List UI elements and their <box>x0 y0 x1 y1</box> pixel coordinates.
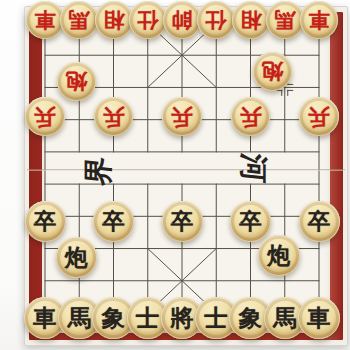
piece-red-cannon-right[interactable]: 炮 <box>253 52 292 91</box>
piece-character: 相 <box>95 1 133 39</box>
piece-red-general[interactable]: 帥 <box>163 1 201 39</box>
piece-red-soldier-2[interactable]: 兵 <box>94 97 134 137</box>
pieces-layer: 車馬相仕帥仕相馬車炮炮兵兵兵兵兵卒卒卒卒卒炮炮車馬象士將士象馬車 <box>25 7 347 345</box>
piece-red-soldier-1[interactable]: 兵 <box>25 97 65 137</box>
piece-character: 馬 <box>266 1 304 39</box>
piece-red-cannon-left[interactable]: 炮 <box>57 62 96 101</box>
piece-character: 相 <box>232 1 270 39</box>
piece-red-chariot-left[interactable]: 車 <box>26 1 64 39</box>
piece-red-soldier-5[interactable]: 兵 <box>299 97 339 137</box>
piece-black-chariot-right[interactable]: 車 <box>298 297 341 340</box>
piece-character: 仕 <box>197 1 235 39</box>
piece-red-advisor-right[interactable]: 仕 <box>197 1 235 39</box>
piece-character: 炮 <box>56 237 98 279</box>
piece-character: 炮 <box>253 52 292 91</box>
piece-character: 炮 <box>258 235 300 277</box>
piece-red-soldier-4[interactable]: 兵 <box>231 97 271 137</box>
piece-character: 卒 <box>93 201 134 242</box>
piece-red-horse-right[interactable]: 馬 <box>266 1 304 39</box>
piece-red-elephant-right[interactable]: 相 <box>232 1 270 39</box>
piece-character: 車 <box>300 1 338 39</box>
piece-character: 仕 <box>129 1 167 39</box>
piece-character: 卒 <box>299 201 340 242</box>
piece-character: 兵 <box>162 97 202 137</box>
piece-black-soldier-2[interactable]: 卒 <box>93 201 134 242</box>
photo-background: 界 河 車馬相仕帥仕相馬車炮炮兵兵兵兵兵卒卒卒卒卒炮炮車馬象士將士象馬車 <box>0 0 350 350</box>
piece-character: 兵 <box>299 97 339 137</box>
piece-black-soldier-3[interactable]: 卒 <box>162 201 203 242</box>
piece-black-soldier-5[interactable]: 卒 <box>299 201 340 242</box>
piece-black-soldier-1[interactable]: 卒 <box>25 201 66 242</box>
piece-red-elephant-left[interactable]: 相 <box>95 1 133 39</box>
piece-character: 兵 <box>231 97 271 137</box>
piece-red-advisor-left[interactable]: 仕 <box>129 1 167 39</box>
piece-character: 帥 <box>163 1 201 39</box>
piece-character: 炮 <box>57 62 96 101</box>
piece-character: 兵 <box>25 97 65 137</box>
piece-black-cannon-left[interactable]: 炮 <box>56 237 98 279</box>
piece-character: 馬 <box>60 1 98 39</box>
piece-character: 車 <box>298 297 341 340</box>
piece-character: 兵 <box>94 97 134 137</box>
piece-character: 車 <box>26 1 64 39</box>
xiangqi-board: 界 河 車馬相仕帥仕相馬車炮炮兵兵兵兵兵卒卒卒卒卒炮炮車馬象士將士象馬車 <box>24 6 348 346</box>
piece-red-soldier-3[interactable]: 兵 <box>162 97 202 137</box>
piece-character: 卒 <box>162 201 203 242</box>
piece-character: 卒 <box>25 201 66 242</box>
piece-red-chariot-right[interactable]: 車 <box>300 1 338 39</box>
piece-black-cannon-right[interactable]: 炮 <box>258 235 300 277</box>
piece-red-horse-left[interactable]: 馬 <box>60 1 98 39</box>
